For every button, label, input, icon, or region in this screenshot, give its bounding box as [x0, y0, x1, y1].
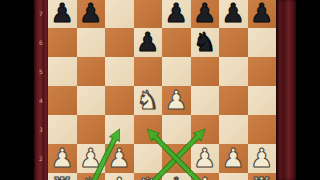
square-d5 — [134, 57, 163, 86]
square-c3 — [105, 115, 134, 144]
square-h6 — [248, 28, 277, 57]
piece-black-p-f7: ♟ — [191, 0, 220, 28]
square-a4 — [48, 86, 77, 115]
square-c7 — [105, 0, 134, 28]
piece-white-r-h1: ♜ — [248, 173, 277, 180]
piece-black-p-h7: ♟ — [248, 0, 277, 28]
piece-black-p-d6: ♟ — [134, 28, 163, 57]
square-g7: ♟ — [219, 0, 248, 28]
square-f2: ♟ — [191, 144, 220, 173]
piece-black-n-f6: ♞ — [191, 28, 220, 57]
square-e2 — [162, 144, 191, 173]
square-d3 — [134, 115, 163, 144]
piece-white-k-e1: ♚ — [162, 173, 191, 180]
square-h5 — [248, 57, 277, 86]
rank-label-7: 7 — [34, 11, 48, 17]
square-g1 — [219, 173, 248, 180]
piece-white-n-d4: ♞ — [134, 86, 163, 115]
square-h4 — [248, 86, 277, 115]
piece-white-p-b2: ♟ — [77, 144, 106, 173]
chess-board: ♜♞♝♛♚♝♜♟♟♟♟♟♟♟♞♞♟♟♟♟♟♟♟♜♞♝♛♚♝♜ — [48, 0, 276, 180]
rank-label-3: 3 — [34, 127, 48, 133]
square-c2: ♟ — [105, 144, 134, 173]
square-a2: ♟ — [48, 144, 77, 173]
square-b6 — [77, 28, 106, 57]
square-g3 — [219, 115, 248, 144]
square-c1: ♝ — [105, 173, 134, 180]
square-d2 — [134, 144, 163, 173]
piece-white-p-h2: ♟ — [248, 144, 277, 173]
square-b3 — [77, 115, 106, 144]
rank-label-6: 6 — [34, 40, 48, 46]
piece-white-p-f2: ♟ — [191, 144, 220, 173]
square-f4 — [191, 86, 220, 115]
piece-black-p-e7: ♟ — [162, 0, 191, 28]
square-c6 — [105, 28, 134, 57]
square-e3 — [162, 115, 191, 144]
square-a5 — [48, 57, 77, 86]
square-a7: ♟ — [48, 0, 77, 28]
square-b4 — [77, 86, 106, 115]
rank-label-5: 5 — [34, 69, 48, 75]
square-h2: ♟ — [248, 144, 277, 173]
piece-white-p-g2: ♟ — [219, 144, 248, 173]
video-frame: ♜♞♝♛♚♝♜♟♟♟♟♟♟♟♞♞♟♟♟♟♟♟♟♜♞♝♛♚♝♜ 87654321 — [0, 0, 320, 180]
square-g2: ♟ — [219, 144, 248, 173]
square-g6 — [219, 28, 248, 57]
square-e7: ♟ — [162, 0, 191, 28]
square-f7: ♟ — [191, 0, 220, 28]
board-frame-left — [34, 0, 48, 180]
piece-white-b-c1: ♝ — [105, 173, 134, 180]
rank-label-2: 2 — [34, 156, 48, 162]
square-h3 — [248, 115, 277, 144]
piece-white-b-f1: ♝ — [191, 173, 220, 180]
square-h7: ♟ — [248, 0, 277, 28]
piece-white-p-a2: ♟ — [48, 144, 77, 173]
square-d4: ♞ — [134, 86, 163, 115]
square-b5 — [77, 57, 106, 86]
square-e4: ♟ — [162, 86, 191, 115]
piece-black-p-a7: ♟ — [48, 0, 77, 28]
square-e5 — [162, 57, 191, 86]
piece-white-q-d1: ♛ — [134, 173, 163, 180]
square-d1: ♛ — [134, 173, 163, 180]
rank-label-4: 4 — [34, 98, 48, 104]
piece-black-p-g7: ♟ — [219, 0, 248, 28]
square-a3 — [48, 115, 77, 144]
square-b7: ♟ — [77, 0, 106, 28]
square-a1: ♜ — [48, 173, 77, 180]
square-g5 — [219, 57, 248, 86]
piece-white-r-a1: ♜ — [48, 173, 77, 180]
square-c5 — [105, 57, 134, 86]
square-c4 — [105, 86, 134, 115]
square-f3 — [191, 115, 220, 144]
piece-black-p-b7: ♟ — [77, 0, 106, 28]
piece-white-p-e4: ♟ — [162, 86, 191, 115]
square-b1: ♞ — [77, 173, 106, 180]
square-g4 — [219, 86, 248, 115]
piece-white-p-c2: ♟ — [105, 144, 134, 173]
square-b2: ♟ — [77, 144, 106, 173]
square-d7 — [134, 0, 163, 28]
square-e1: ♚ — [162, 173, 191, 180]
square-a6 — [48, 28, 77, 57]
square-f5 — [191, 57, 220, 86]
board-frame-right — [276, 0, 296, 180]
square-d6: ♟ — [134, 28, 163, 57]
square-f1: ♝ — [191, 173, 220, 180]
piece-white-n-b1: ♞ — [77, 173, 106, 180]
square-h1: ♜ — [248, 173, 277, 180]
square-f6: ♞ — [191, 28, 220, 57]
square-e6 — [162, 28, 191, 57]
